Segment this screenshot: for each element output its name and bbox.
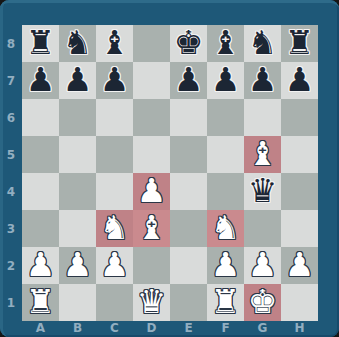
piece-black-rook-h8[interactable]: ♜ <box>285 24 315 61</box>
file-label-h: H <box>281 320 318 336</box>
file-label-e: E <box>170 320 207 336</box>
square-g6[interactable] <box>244 99 281 136</box>
piece-black-queen-g4[interactable]: ♛ <box>248 172 278 209</box>
piece-black-pawn-b7[interactable]: ♟ <box>63 61 93 98</box>
square-b1[interactable] <box>59 284 96 321</box>
square-g7[interactable]: ♟ <box>244 62 281 99</box>
file-label-b: B <box>59 320 96 336</box>
file-label-g: G <box>244 320 281 336</box>
rank-label-5: 5 <box>0 136 22 173</box>
square-d1[interactable]: ♛ <box>133 284 170 321</box>
piece-black-pawn-f7[interactable]: ♟ <box>211 61 241 98</box>
square-b3[interactable] <box>59 210 96 247</box>
square-b2[interactable]: ♟ <box>59 247 96 284</box>
square-h8[interactable]: ♜ <box>281 25 318 62</box>
square-a2[interactable]: ♟ <box>22 247 59 284</box>
piece-white-knight-f3[interactable]: ♞ <box>211 209 241 246</box>
square-e5[interactable] <box>170 136 207 173</box>
square-d4[interactable]: ♟ <box>133 173 170 210</box>
square-f2[interactable]: ♟ <box>207 247 244 284</box>
square-a5[interactable] <box>22 136 59 173</box>
rank-label-1: 1 <box>0 284 22 321</box>
square-f8[interactable]: ♝ <box>207 25 244 62</box>
piece-white-pawn-a2[interactable]: ♟ <box>26 246 56 283</box>
square-a3[interactable] <box>22 210 59 247</box>
square-a4[interactable] <box>22 173 59 210</box>
square-h1[interactable] <box>281 284 318 321</box>
square-a6[interactable] <box>22 99 59 136</box>
square-e8[interactable]: ♚ <box>170 25 207 62</box>
square-d2[interactable] <box>133 247 170 284</box>
chess-board[interactable]: ♜♞♝♚♝♞♜♟♟♟♟♟♟♟♝♟♛♞♝♞♟♟♟♟♟♟♜♛♜♚ <box>22 25 318 321</box>
piece-black-king-e8[interactable]: ♚ <box>174 24 204 61</box>
square-a1[interactable]: ♜ <box>22 284 59 321</box>
square-h5[interactable] <box>281 136 318 173</box>
square-d8[interactable] <box>133 25 170 62</box>
file-labels: ABCDEFGH <box>22 320 318 336</box>
piece-white-king-g1[interactable]: ♚ <box>248 283 278 320</box>
square-c4[interactable] <box>96 173 133 210</box>
square-c6[interactable] <box>96 99 133 136</box>
square-g5[interactable]: ♝ <box>244 136 281 173</box>
square-a8[interactable]: ♜ <box>22 25 59 62</box>
square-h4[interactable] <box>281 173 318 210</box>
square-h7[interactable]: ♟ <box>281 62 318 99</box>
square-g4[interactable]: ♛ <box>244 173 281 210</box>
piece-black-bishop-c8[interactable]: ♝ <box>100 24 130 61</box>
square-g3[interactable] <box>244 210 281 247</box>
piece-black-pawn-c7[interactable]: ♟ <box>100 61 130 98</box>
rank-label-3: 3 <box>0 210 22 247</box>
square-b8[interactable]: ♞ <box>59 25 96 62</box>
square-e1[interactable] <box>170 284 207 321</box>
piece-white-pawn-g2[interactable]: ♟ <box>248 246 278 283</box>
square-g8[interactable]: ♞ <box>244 25 281 62</box>
piece-white-pawn-b2[interactable]: ♟ <box>63 246 93 283</box>
square-f6[interactable] <box>207 99 244 136</box>
piece-black-pawn-h7[interactable]: ♟ <box>285 61 315 98</box>
square-e3[interactable] <box>170 210 207 247</box>
square-f7[interactable]: ♟ <box>207 62 244 99</box>
piece-white-pawn-d4[interactable]: ♟ <box>137 172 167 209</box>
square-b5[interactable] <box>59 136 96 173</box>
square-f3[interactable]: ♞ <box>207 210 244 247</box>
file-label-d: D <box>133 320 170 336</box>
square-h2[interactable]: ♟ <box>281 247 318 284</box>
piece-black-pawn-g7[interactable]: ♟ <box>248 61 278 98</box>
square-b6[interactable] <box>59 99 96 136</box>
piece-black-knight-g8[interactable]: ♞ <box>248 24 278 61</box>
square-e7[interactable]: ♟ <box>170 62 207 99</box>
square-d6[interactable] <box>133 99 170 136</box>
square-c5[interactable] <box>96 136 133 173</box>
piece-white-pawn-c2[interactable]: ♟ <box>100 246 130 283</box>
piece-black-rook-a8[interactable]: ♜ <box>26 24 56 61</box>
file-label-a: A <box>22 320 59 336</box>
square-c1[interactable] <box>96 284 133 321</box>
piece-black-pawn-e7[interactable]: ♟ <box>174 61 204 98</box>
piece-white-knight-c3[interactable]: ♞ <box>100 209 130 246</box>
square-e4[interactable] <box>170 173 207 210</box>
piece-black-knight-b8[interactable]: ♞ <box>63 24 93 61</box>
piece-white-bishop-d3[interactable]: ♝ <box>137 209 167 246</box>
rank-label-6: 6 <box>0 99 22 136</box>
rank-labels: 87654321 <box>0 25 22 321</box>
piece-white-rook-a1[interactable]: ♜ <box>26 283 56 320</box>
square-g2[interactable]: ♟ <box>244 247 281 284</box>
square-f5[interactable] <box>207 136 244 173</box>
square-d3[interactable]: ♝ <box>133 210 170 247</box>
piece-white-pawn-f2[interactable]: ♟ <box>211 246 241 283</box>
square-b4[interactable] <box>59 173 96 210</box>
square-g1[interactable]: ♚ <box>244 284 281 321</box>
square-h3[interactable] <box>281 210 318 247</box>
square-h6[interactable] <box>281 99 318 136</box>
square-d5[interactable] <box>133 136 170 173</box>
square-b7[interactable]: ♟ <box>59 62 96 99</box>
square-f4[interactable] <box>207 173 244 210</box>
file-label-f: F <box>207 320 244 336</box>
square-e6[interactable] <box>170 99 207 136</box>
square-c8[interactable]: ♝ <box>96 25 133 62</box>
piece-white-queen-d1[interactable]: ♛ <box>137 283 167 320</box>
rank-label-2: 2 <box>0 247 22 284</box>
square-c3[interactable]: ♞ <box>96 210 133 247</box>
rank-label-8: 8 <box>0 25 22 62</box>
square-c7[interactable]: ♟ <box>96 62 133 99</box>
rank-label-4: 4 <box>0 173 22 210</box>
piece-white-pawn-h2[interactable]: ♟ <box>285 246 315 283</box>
square-a7[interactable]: ♟ <box>22 62 59 99</box>
piece-black-pawn-a7[interactable]: ♟ <box>26 61 56 98</box>
square-e2[interactable] <box>170 247 207 284</box>
square-f1[interactable]: ♜ <box>207 284 244 321</box>
file-label-c: C <box>96 320 133 336</box>
chess-app-window: 87654321 ♜♞♝♚♝♞♜♟♟♟♟♟♟♟♝♟♛♞♝♞♟♟♟♟♟♟♜♛♜♚ … <box>0 0 339 337</box>
piece-black-bishop-f8[interactable]: ♝ <box>211 24 241 61</box>
piece-white-rook-f1[interactable]: ♜ <box>211 283 241 320</box>
rank-label-7: 7 <box>0 62 22 99</box>
piece-white-bishop-g5[interactable]: ♝ <box>248 135 278 172</box>
square-c2[interactable]: ♟ <box>96 247 133 284</box>
square-d7[interactable] <box>133 62 170 99</box>
